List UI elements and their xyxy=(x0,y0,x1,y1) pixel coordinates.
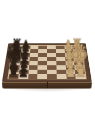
chess-board: ♜♞♝♛♚♝♞♜♟♟♟♟♟♟♟♟♟♟♟♟♟♟♟♟♜♞♝♛♚♝♞♜ xyxy=(2,43,92,82)
piece-black-pawn-h7: ♟ xyxy=(18,67,29,79)
pieces-layer: ♜♞♝♛♚♝♞♜♟♟♟♟♟♟♟♟♟♟♟♟♟♟♟♟♜♞♝♛♚♝♞♜ xyxy=(2,43,92,82)
product-photo[interactable]: ♜♞♝♛♚♝♞♜♟♟♟♟♟♟♟♟♟♟♟♟♟♟♟♟♜♞♝♛♚♝♞♜ xyxy=(0,0,95,126)
piece-white-rook-h1: ♜ xyxy=(75,65,87,79)
board-front-edge xyxy=(2,82,92,89)
hinge-seam xyxy=(47,82,48,89)
